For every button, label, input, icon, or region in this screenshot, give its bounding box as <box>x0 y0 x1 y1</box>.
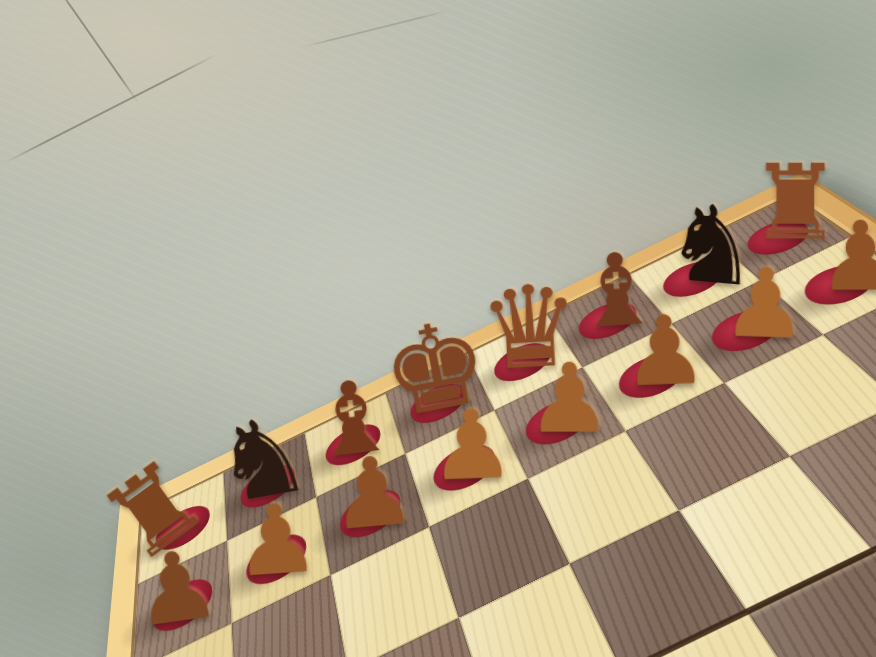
piece-white-pawn-g2: ♟ <box>230 494 322 588</box>
piece-white-pawn-c2: ♟ <box>621 307 710 398</box>
concrete-crack <box>3 54 218 165</box>
piece-white-pawn-h2: ♟ <box>128 539 225 638</box>
concrete-crack <box>302 10 448 48</box>
board-perspective: ♜♞♝♚♛♝♞♜♟♟♟♟♟♟♟♟ <box>120 174 876 657</box>
board-frame: ♜♞♝♚♛♝♞♜♟♟♟♟♟♟♟♟ <box>0 174 876 657</box>
piece-white-pawn-e2: ♟ <box>427 401 516 492</box>
piece-white-pawn-a2: ♟ <box>818 214 876 302</box>
concrete-floor: ♜♞♝♚♛♝♞♜♟♟♟♟♟♟♟♟ <box>0 0 876 657</box>
piece-white-pawn-f2: ♟ <box>326 446 419 541</box>
piece-white-pawn-d2: ♟ <box>527 355 613 443</box>
board-grid: ♜♞♝♚♛♝♞♜♟♟♟♟♟♟♟♟ <box>37 196 876 657</box>
chess-board: ♜♞♝♚♛♝♞♜♟♟♟♟♟♟♟♟ <box>120 174 876 657</box>
concrete-crack <box>51 0 139 103</box>
piece-white-pawn-b2: ♟ <box>721 259 810 350</box>
